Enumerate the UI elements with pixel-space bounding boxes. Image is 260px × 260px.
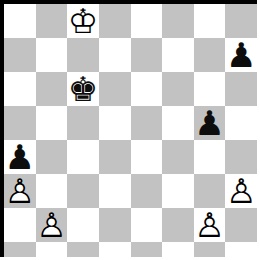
square-f6[interactable]: [162, 72, 194, 106]
square-g7[interactable]: [194, 38, 226, 72]
square-c3[interactable]: [67, 174, 99, 208]
square-a6[interactable]: [4, 72, 36, 106]
square-e5[interactable]: [131, 106, 163, 140]
square-c4[interactable]: [67, 140, 99, 174]
square-a2[interactable]: [4, 208, 36, 242]
square-b5[interactable]: [36, 106, 68, 140]
white-pawn[interactable]: ♟♙: [5, 174, 35, 208]
square-e8[interactable]: [131, 4, 163, 38]
square-h8[interactable]: [225, 4, 257, 38]
square-d2[interactable]: [99, 208, 131, 242]
white-pawn[interactable]: ♟♙: [194, 208, 224, 242]
square-b7[interactable]: [36, 38, 68, 72]
square-c1[interactable]: [67, 242, 99, 257]
square-h3[interactable]: ♟♙: [225, 174, 257, 208]
chess-board: ♚♔♟♚♟♟♟♙♟♙♟♙♟♙: [0, 0, 257, 257]
square-g3[interactable]: [194, 174, 226, 208]
square-c2[interactable]: [67, 208, 99, 242]
square-f8[interactable]: [162, 4, 194, 38]
square-f2[interactable]: [162, 208, 194, 242]
square-d8[interactable]: [99, 4, 131, 38]
square-c8[interactable]: ♚♔: [67, 4, 99, 38]
white-pawn-outline: ♙: [226, 174, 256, 208]
square-b3[interactable]: [36, 174, 68, 208]
square-h2[interactable]: [225, 208, 257, 242]
square-e1[interactable]: [131, 242, 163, 257]
square-g6[interactable]: [194, 72, 226, 106]
square-d7[interactable]: [99, 38, 131, 72]
white-pawn-outline: ♙: [5, 174, 35, 208]
black-pawn[interactable]: ♟: [5, 140, 35, 174]
square-e3[interactable]: [131, 174, 163, 208]
square-a3[interactable]: ♟♙: [4, 174, 36, 208]
square-c7[interactable]: [67, 38, 99, 72]
square-d1[interactable]: [99, 242, 131, 257]
square-b6[interactable]: [36, 72, 68, 106]
square-g5[interactable]: ♟: [194, 106, 226, 140]
black-king[interactable]: ♚: [68, 72, 98, 106]
square-b4[interactable]: [36, 140, 68, 174]
square-d3[interactable]: [99, 174, 131, 208]
white-king[interactable]: ♚♔: [68, 4, 98, 38]
square-f4[interactable]: [162, 140, 194, 174]
square-e4[interactable]: [131, 140, 163, 174]
square-a7[interactable]: [4, 38, 36, 72]
square-a8[interactable]: [4, 4, 36, 38]
white-pawn[interactable]: ♟♙: [36, 208, 66, 242]
square-e2[interactable]: [131, 208, 163, 242]
square-h7[interactable]: ♟: [225, 38, 257, 72]
square-b8[interactable]: [36, 4, 68, 38]
square-c6[interactable]: ♚: [67, 72, 99, 106]
black-pawn[interactable]: ♟: [226, 38, 256, 72]
square-f1[interactable]: [162, 242, 194, 257]
square-g8[interactable]: [194, 4, 226, 38]
square-g4[interactable]: [194, 140, 226, 174]
square-f5[interactable]: [162, 106, 194, 140]
square-h6[interactable]: [225, 72, 257, 106]
square-h4[interactable]: [225, 140, 257, 174]
white-king-outline: ♔: [68, 4, 98, 38]
white-pawn-outline: ♙: [194, 208, 224, 242]
square-f7[interactable]: [162, 38, 194, 72]
square-h5[interactable]: [225, 106, 257, 140]
square-c5[interactable]: [67, 106, 99, 140]
square-b2[interactable]: ♟♙: [36, 208, 68, 242]
square-e6[interactable]: [131, 72, 163, 106]
square-a4[interactable]: ♟: [4, 140, 36, 174]
white-pawn[interactable]: ♟♙: [226, 174, 256, 208]
white-pawn-outline: ♙: [36, 208, 66, 242]
square-d5[interactable]: [99, 106, 131, 140]
square-d4[interactable]: [99, 140, 131, 174]
square-e7[interactable]: [131, 38, 163, 72]
square-a1[interactable]: [4, 242, 36, 257]
square-f3[interactable]: [162, 174, 194, 208]
black-pawn[interactable]: ♟: [194, 106, 224, 140]
square-a5[interactable]: [4, 106, 36, 140]
square-g2[interactable]: ♟♙: [194, 208, 226, 242]
square-d6[interactable]: [99, 72, 131, 106]
square-h1[interactable]: [225, 242, 257, 257]
